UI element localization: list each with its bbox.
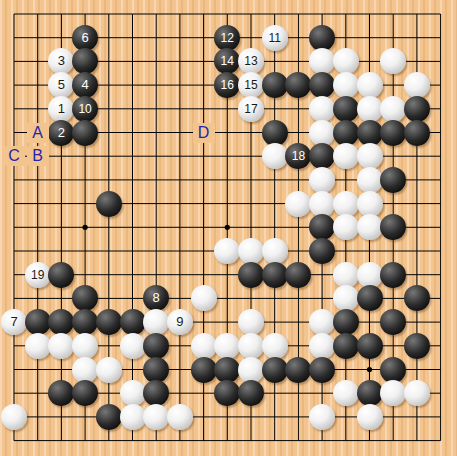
black-stone[interactable] [25,309,51,335]
black-stone[interactable] [191,357,217,383]
white-stone[interactable] [357,262,383,288]
black-stone[interactable] [120,309,146,335]
white-stone-move-17[interactable]: 17 [238,96,264,122]
white-stone[interactable] [48,333,74,359]
black-stone[interactable] [333,333,359,359]
white-stone[interactable] [285,191,311,217]
white-stone[interactable] [96,357,122,383]
black-stone[interactable] [262,120,288,146]
white-stone[interactable] [309,120,335,146]
star-point [83,225,88,230]
white-stone[interactable] [380,96,406,122]
white-stone[interactable] [333,262,359,288]
white-stone[interactable] [333,191,359,217]
black-stone[interactable] [72,309,98,335]
point-label-A: A [27,123,49,143]
point-label-C: C [3,146,25,166]
black-stone[interactable] [357,333,383,359]
white-stone[interactable] [214,333,240,359]
black-stone[interactable] [380,357,406,383]
black-stone-move-10[interactable]: 10 [72,96,98,122]
black-stone[interactable] [285,357,311,383]
star-point [225,225,230,230]
white-stone[interactable] [72,357,98,383]
black-stone-move-4[interactable]: 4 [72,72,98,98]
black-stone[interactable] [380,167,406,193]
white-stone[interactable] [262,333,288,359]
black-stone[interactable] [72,120,98,146]
point-label-D: D [193,123,215,143]
white-stone[interactable] [262,143,288,169]
black-stone[interactable] [357,120,383,146]
point-label-B: B [27,146,49,166]
white-stone[interactable] [404,72,430,98]
white-stone[interactable] [309,404,335,430]
white-stone-move-9[interactable]: 9 [167,309,193,335]
black-stone[interactable] [238,262,264,288]
black-stone-move-2[interactable]: 2 [48,120,74,146]
white-stone[interactable] [309,191,335,217]
white-stone[interactable] [1,404,27,430]
white-stone[interactable] [357,404,383,430]
black-stone[interactable] [143,333,169,359]
white-stone[interactable] [333,214,359,240]
white-stone-move-1[interactable]: 1 [48,96,74,122]
white-stone-move-11[interactable]: 11 [262,25,288,51]
black-stone[interactable] [238,380,264,406]
white-stone[interactable] [404,380,430,406]
black-stone[interactable] [285,262,311,288]
black-stone[interactable] [404,120,430,146]
white-stone[interactable] [191,333,217,359]
white-stone[interactable] [309,309,335,335]
black-stone[interactable] [404,333,430,359]
white-stone[interactable] [238,357,264,383]
white-stone[interactable] [309,167,335,193]
white-stone[interactable] [143,404,169,430]
black-stone-move-6[interactable]: 6 [72,25,98,51]
white-stone[interactable] [357,143,383,169]
white-stone[interactable] [357,191,383,217]
white-stone[interactable] [120,333,146,359]
black-stone[interactable] [333,309,359,335]
black-stone[interactable] [357,285,383,311]
white-stone[interactable] [72,333,98,359]
black-stone[interactable] [309,72,335,98]
white-stone[interactable] [238,309,264,335]
black-stone[interactable] [333,120,359,146]
black-stone[interactable] [357,380,383,406]
black-stone[interactable] [143,357,169,383]
white-stone[interactable] [309,333,335,359]
white-stone[interactable] [357,72,383,98]
white-stone[interactable] [333,285,359,311]
white-stone[interactable] [262,238,288,264]
white-stone[interactable] [357,214,383,240]
white-stone[interactable] [333,48,359,74]
black-stone[interactable] [48,262,74,288]
star-point [367,367,372,372]
black-stone-move-12[interactable]: 12 [214,25,240,51]
white-stone[interactable] [333,143,359,169]
black-stone[interactable] [380,120,406,146]
black-stone[interactable] [262,357,288,383]
white-stone[interactable] [333,380,359,406]
white-stone[interactable] [167,404,193,430]
black-stone[interactable] [96,191,122,217]
white-stone-move-7[interactable]: 7 [1,309,27,335]
white-stone[interactable] [357,167,383,193]
white-stone[interactable] [357,96,383,122]
black-stone[interactable] [404,96,430,122]
black-stone[interactable] [333,96,359,122]
white-stone[interactable] [238,238,264,264]
black-stone[interactable] [214,357,240,383]
white-stone[interactable] [120,404,146,430]
white-stone-move-15[interactable]: 15 [238,72,264,98]
white-stone[interactable] [309,96,335,122]
black-stone[interactable] [262,72,288,98]
white-stone[interactable] [25,333,51,359]
black-stone[interactable] [309,357,335,383]
black-stone[interactable] [309,238,335,264]
white-stone-move-19[interactable]: 19 [25,262,51,288]
black-stone[interactable] [96,309,122,335]
white-stone[interactable] [238,333,264,359]
white-stone[interactable] [191,285,217,311]
white-stone[interactable] [120,380,146,406]
white-stone[interactable] [333,72,359,98]
black-stone[interactable] [96,404,122,430]
black-stone[interactable] [380,262,406,288]
black-stone[interactable] [309,25,335,51]
black-stone[interactable] [262,262,288,288]
go-board[interactable]: 61211314135416151101721819879ABCD [0,0,457,456]
